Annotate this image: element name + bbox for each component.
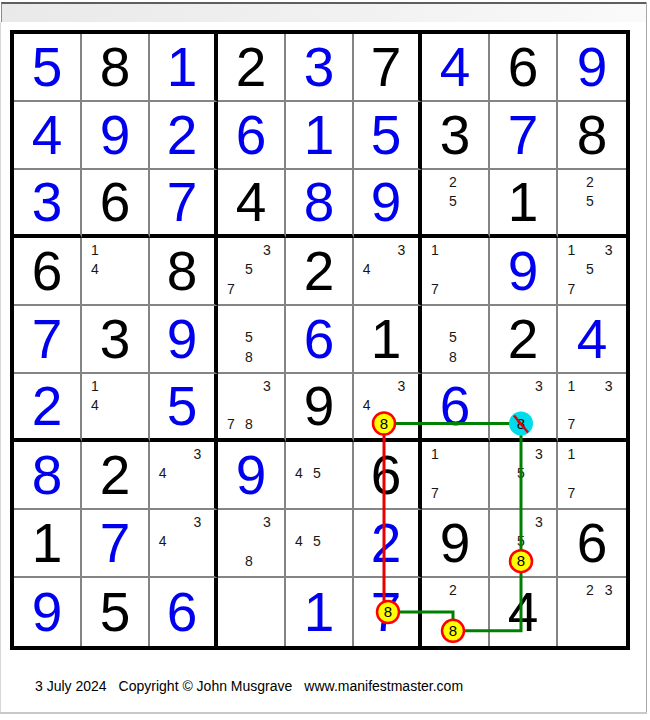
- cell-r7c9[interactable]: 17: [558, 442, 626, 510]
- cell-r6c1[interactable]: 2: [14, 374, 82, 442]
- pencil-marks: 14: [86, 376, 140, 433]
- candidate-digit: 1: [562, 240, 581, 260]
- pencil-marks: 34: [358, 240, 410, 299]
- pencil-marks: 34: [154, 444, 206, 503]
- solved-digit: 7: [32, 312, 63, 367]
- candidate-digit: 7: [222, 279, 240, 299]
- given-digit: 1: [371, 312, 402, 367]
- cell-r1c6[interactable]: 7: [354, 34, 422, 102]
- solved-digit: 9: [371, 175, 402, 230]
- cell-r6c6[interactable]: 348: [354, 374, 422, 442]
- solved-digit: 6: [304, 312, 335, 367]
- cell-r2c2[interactable]: 9: [82, 102, 150, 170]
- cell-r6c9[interactable]: 137: [558, 374, 626, 442]
- candidate-digit: 2: [581, 172, 600, 191]
- solved-digit: 9: [577, 40, 608, 95]
- candidate-digit: 3: [393, 376, 410, 395]
- cell-r2c6[interactable]: 5: [354, 102, 422, 170]
- cell-r7c8[interactable]: 35: [490, 442, 558, 510]
- cell-r8c9[interactable]: 6: [558, 510, 626, 578]
- sudoku-board: 5812374694926153783674892512561483572341…: [10, 30, 630, 650]
- candidate-digit: 3: [258, 376, 276, 395]
- pencil-marks: 358: [494, 512, 548, 571]
- cell-r2c5[interactable]: 1: [286, 102, 354, 170]
- candidate-digit: 4: [86, 260, 104, 280]
- cell-r7c2[interactable]: 2: [82, 442, 150, 510]
- cell-r3c1[interactable]: 3: [14, 170, 82, 238]
- given-digit: 6: [577, 516, 608, 571]
- pencil-marks: 45: [290, 512, 344, 571]
- solved-digit: 7: [100, 516, 131, 571]
- cell-r3c8[interactable]: 1: [490, 170, 558, 238]
- pencil-marks: 14: [86, 240, 140, 299]
- window-top-bar: [1, 2, 647, 22]
- pencil-marks: 45: [290, 444, 344, 503]
- solved-digit: 4: [440, 40, 471, 95]
- candidate-digit: 8: [375, 414, 392, 433]
- given-digit: 3: [100, 312, 131, 367]
- solved-digit: 5: [32, 40, 63, 95]
- cell-r4c8[interactable]: 9: [490, 238, 558, 306]
- cell-r3c7[interactable]: 25: [422, 170, 490, 238]
- given-digit: 5: [100, 585, 131, 640]
- given-digit: 8: [100, 40, 131, 95]
- cell-r6c8[interactable]: 38: [490, 374, 558, 442]
- solved-digit: 5: [371, 108, 402, 163]
- cell-r7c7[interactable]: 17: [422, 442, 490, 510]
- candidate-digit: 8: [512, 551, 530, 571]
- candidate-digit: 7: [222, 414, 240, 433]
- candidate-digit: 5: [308, 464, 326, 484]
- given-digit: 8: [167, 244, 198, 299]
- cell-r5c4[interactable]: 58: [218, 306, 286, 374]
- cell-r3c4[interactable]: 4: [218, 170, 286, 238]
- given-digit: 8: [577, 108, 608, 163]
- candidate-digit: 7: [562, 279, 581, 299]
- candidate-digit: 4: [358, 395, 375, 414]
- cell-r3c6[interactable]: 9: [354, 170, 422, 238]
- cell-r1c4[interactable]: 2: [218, 34, 286, 102]
- solved-digit: 9: [508, 244, 539, 299]
- solved-digit: 4: [577, 312, 608, 367]
- solved-digit: 6: [440, 379, 471, 434]
- candidate-digit: 8: [512, 414, 530, 433]
- given-digit: 3: [440, 108, 471, 163]
- cell-r6c5[interactable]: 9: [286, 374, 354, 442]
- solved-digit: 9: [236, 448, 267, 503]
- cell-r9c8[interactable]: 4: [490, 578, 558, 646]
- cell-r1c5[interactable]: 3: [286, 34, 354, 102]
- candidate-digit: 8: [240, 551, 258, 571]
- cell-r4c9[interactable]: 1357: [558, 238, 626, 306]
- pencil-marks: 17: [426, 444, 480, 503]
- window-left-edge: [0, 22, 1, 712]
- cell-r4c6[interactable]: 34: [354, 238, 422, 306]
- pencil-marks: 38: [222, 512, 276, 571]
- candidate-digit: 3: [599, 376, 618, 395]
- candidate-digit: 7: [426, 279, 444, 299]
- cell-r8c8[interactable]: 358: [490, 510, 558, 578]
- footer-copyright: Copyright © John Musgrave: [119, 678, 293, 694]
- given-digit: 6: [508, 40, 539, 95]
- cell-r1c2[interactable]: 8: [82, 34, 150, 102]
- pencil-marks: 35: [494, 444, 548, 503]
- solved-digit: 9: [167, 312, 198, 367]
- given-digit: 6: [371, 448, 402, 503]
- solved-digit: 2: [371, 516, 402, 571]
- candidate-digit: 7: [562, 414, 581, 433]
- given-digit: 1: [508, 175, 539, 230]
- candidate-digit: 5: [581, 260, 600, 280]
- cell-r6c3[interactable]: 5: [150, 374, 218, 442]
- cell-r7c1[interactable]: 8: [14, 442, 82, 510]
- solved-digit: 7: [508, 108, 539, 163]
- footer-date: 3 July 2024: [35, 678, 107, 694]
- pencil-marks: 137: [562, 376, 618, 433]
- given-digit: 9: [440, 516, 471, 571]
- candidate-digit: 5: [444, 328, 462, 348]
- candidate-digit: 4: [358, 260, 375, 280]
- cell-r5c9[interactable]: 4: [558, 306, 626, 374]
- given-digit: 6: [100, 175, 131, 230]
- candidate-digit: 5: [308, 532, 326, 552]
- candidate-digit: 1: [86, 376, 104, 395]
- pencil-marks: 357: [222, 240, 276, 299]
- candidate-digit: 3: [530, 444, 548, 464]
- solved-digit: 9: [32, 585, 63, 640]
- candidate-digit: 5: [444, 191, 462, 210]
- pencil-marks: 348: [358, 376, 410, 433]
- cell-r9c3[interactable]: 6: [150, 578, 218, 646]
- given-digit: 6: [32, 244, 63, 299]
- cell-r6c2[interactable]: 14: [82, 374, 150, 442]
- solved-digit: 8: [304, 175, 335, 230]
- pencil-marks: 25: [426, 172, 480, 229]
- cell-r8c5[interactable]: 45: [286, 510, 354, 578]
- cell-r2c7[interactable]: 3: [422, 102, 490, 170]
- cell-r7c3[interactable]: 34: [150, 442, 218, 510]
- pencil-marks: 1357: [562, 240, 618, 299]
- solved-digit: 1: [304, 585, 335, 640]
- given-digit: 4: [508, 585, 539, 640]
- solved-digit: 4: [32, 108, 63, 163]
- cell-r1c3[interactable]: 1: [150, 34, 218, 102]
- cell-r7c4[interactable]: 9: [218, 442, 286, 510]
- cell-r4c7[interactable]: 17: [422, 238, 490, 306]
- candidate-digit: 4: [86, 395, 104, 414]
- candidate-digit: 3: [393, 240, 410, 260]
- cell-r9c4[interactable]: [218, 578, 286, 646]
- cell-r5c5[interactable]: 6: [286, 306, 354, 374]
- cell-r8c7[interactable]: 9: [422, 510, 490, 578]
- cell-r5c3[interactable]: 9: [150, 306, 218, 374]
- given-digit: 2: [100, 448, 131, 503]
- candidate-digit: 8: [444, 621, 462, 641]
- candidate-digit: 8: [240, 414, 258, 433]
- given-digit: 2: [508, 312, 539, 367]
- footer-website[interactable]: www.manifestmaster.com: [304, 678, 463, 694]
- pencil-marks: 38: [494, 376, 548, 433]
- cell-r4c4[interactable]: 357: [218, 238, 286, 306]
- candidate-digit: 5: [512, 532, 530, 552]
- pencil-marks: 17: [562, 444, 618, 503]
- cell-r1c8[interactable]: 6: [490, 34, 558, 102]
- candidate-digit: 3: [258, 512, 276, 532]
- window-right-edge: [646, 2, 647, 713]
- candidate-digit: 5: [240, 260, 258, 280]
- cell-r5c8[interactable]: 2: [490, 306, 558, 374]
- candidate-digit: 2: [444, 172, 462, 191]
- candidate-digit: 5: [240, 328, 258, 348]
- candidate-digit: 5: [581, 191, 600, 210]
- candidate-digit: 3: [530, 376, 548, 395]
- cell-r2c3[interactable]: 2: [150, 102, 218, 170]
- cell-r9c7[interactable]: 28: [422, 578, 490, 646]
- pencil-marks: 17: [426, 240, 480, 299]
- cell-r6c4[interactable]: 378: [218, 374, 286, 442]
- cell-r8c1[interactable]: 1: [14, 510, 82, 578]
- cell-r1c7[interactable]: 4: [422, 34, 490, 102]
- pencil-marks: 23: [562, 580, 618, 641]
- solved-digit: 8: [32, 448, 63, 503]
- cell-r8c3[interactable]: 34: [150, 510, 218, 578]
- pencil-marks: 28: [426, 580, 480, 641]
- cell-r9c1[interactable]: 9: [14, 578, 82, 646]
- candidate-digit: 1: [562, 444, 581, 464]
- cell-r4c3[interactable]: 8: [150, 238, 218, 306]
- candidate-digit: 4: [290, 532, 308, 552]
- pencil-marks: 378: [222, 376, 276, 433]
- candidate-digit: 1: [562, 376, 581, 395]
- solved-digit: 7: [371, 585, 402, 640]
- sudoku-app-screen: 5812374694926153783674892512561483572341…: [0, 0, 650, 720]
- solved-digit: 7: [167, 175, 198, 230]
- pencil-marks: 58: [426, 308, 480, 367]
- cell-r4c1[interactable]: 6: [14, 238, 82, 306]
- cell-r9c5[interactable]: 1: [286, 578, 354, 646]
- candidate-digit: 2: [581, 580, 600, 600]
- solved-digit: 2: [32, 379, 63, 434]
- given-digit: 4: [236, 175, 267, 230]
- candidate-digit: 5: [512, 464, 530, 484]
- given-digit: 2: [236, 40, 267, 95]
- solved-digit: 6: [236, 108, 267, 163]
- solved-digit: 5: [167, 379, 198, 434]
- cell-r2c8[interactable]: 7: [490, 102, 558, 170]
- pencil-marks: 25: [562, 172, 618, 229]
- candidate-digit: 7: [562, 483, 581, 503]
- cell-r2c4[interactable]: 6: [218, 102, 286, 170]
- candidate-digit: 4: [154, 464, 171, 484]
- cell-r8c2[interactable]: 7: [82, 510, 150, 578]
- cell-r5c7[interactable]: 58: [422, 306, 490, 374]
- cell-r5c2[interactable]: 3: [82, 306, 150, 374]
- cell-r1c9[interactable]: 9: [558, 34, 626, 102]
- solved-digit: 3: [304, 40, 335, 95]
- cell-r5c6[interactable]: 1: [354, 306, 422, 374]
- cell-r3c2[interactable]: 6: [82, 170, 150, 238]
- given-digit: 7: [371, 40, 402, 95]
- solved-digit: 3: [32, 175, 63, 230]
- given-digit: 1: [32, 516, 63, 571]
- candidate-digit: 7: [426, 483, 444, 503]
- candidate-digit: 1: [426, 240, 444, 260]
- candidate-digit: 2: [444, 580, 462, 600]
- candidate-digit: 4: [154, 532, 171, 552]
- given-digit: 9: [304, 379, 335, 434]
- cell-r8c4[interactable]: 38: [218, 510, 286, 578]
- cell-r2c9[interactable]: 8: [558, 102, 626, 170]
- cell-r9c6[interactable]: 7: [354, 578, 422, 646]
- cell-r1c1[interactable]: 5: [14, 34, 82, 102]
- candidate-digit: 3: [530, 512, 548, 532]
- solved-digit: 6: [167, 585, 198, 640]
- cell-r7c5[interactable]: 45: [286, 442, 354, 510]
- solved-digit: 1: [304, 108, 335, 163]
- cell-r6c7[interactable]: 6: [422, 374, 490, 442]
- window-bottom-edge: [0, 712, 647, 714]
- cell-r3c5[interactable]: 8: [286, 170, 354, 238]
- candidate-digit: 8: [240, 347, 258, 367]
- cell-r4c2[interactable]: 14: [82, 238, 150, 306]
- candidate-digit: 8: [444, 347, 462, 367]
- candidate-digit: 1: [426, 444, 444, 464]
- candidate-digit: 4: [290, 464, 308, 484]
- candidate-digit: 3: [599, 240, 618, 260]
- candidate-digit: 3: [599, 580, 618, 600]
- solved-digit: 1: [167, 40, 198, 95]
- cell-r4c5[interactable]: 2: [286, 238, 354, 306]
- pencil-marks: 34: [154, 512, 206, 571]
- cell-r9c9[interactable]: 23: [558, 578, 626, 646]
- given-digit: 2: [304, 244, 335, 299]
- candidate-digit: 3: [189, 512, 206, 532]
- solved-digit: 9: [100, 108, 131, 163]
- cell-r3c9[interactable]: 25: [558, 170, 626, 238]
- pencil-marks: 58: [222, 308, 276, 367]
- cell-r9c2[interactable]: 5: [82, 578, 150, 646]
- cell-r5c1[interactable]: 7: [14, 306, 82, 374]
- candidate-digit: 3: [189, 444, 206, 464]
- candidate-digit: 1: [86, 240, 104, 260]
- cell-r7c6[interactable]: 6: [354, 442, 422, 510]
- cell-r3c3[interactable]: 7: [150, 170, 218, 238]
- solved-digit: 2: [167, 108, 198, 163]
- cell-r8c6[interactable]: 2: [354, 510, 422, 578]
- cell-r2c1[interactable]: 4: [14, 102, 82, 170]
- candidate-digit: 3: [258, 240, 276, 260]
- footer: 3 July 2024 Copyright © John Musgrave ww…: [35, 678, 463, 694]
